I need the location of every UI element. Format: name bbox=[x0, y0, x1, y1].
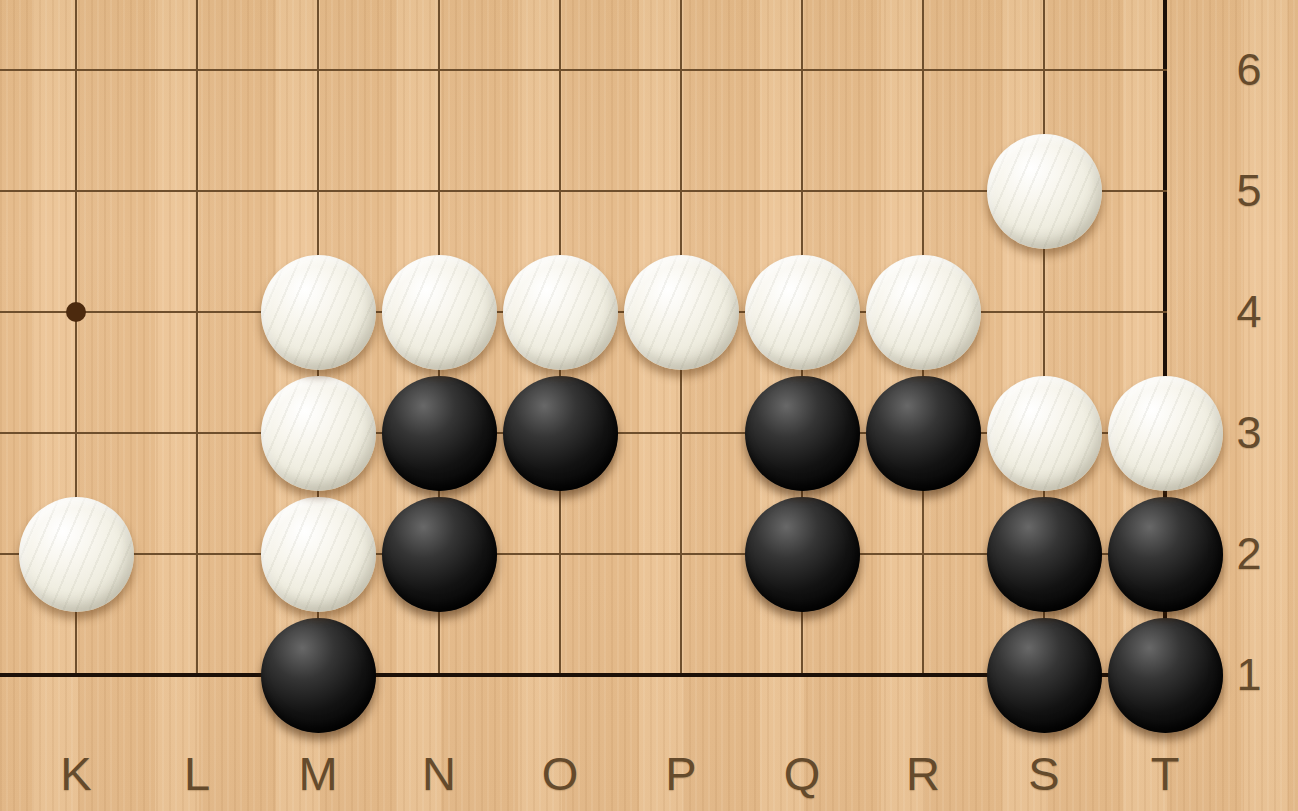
stone-black-N3[interactable] bbox=[382, 376, 497, 491]
col-label-M: M bbox=[298, 746, 337, 801]
go-board[interactable]: KLMNOPQRST 654321 bbox=[0, 0, 1298, 811]
stone-white-M3[interactable] bbox=[261, 376, 376, 491]
stone-white-S5[interactable] bbox=[987, 134, 1102, 249]
stone-black-S2[interactable] bbox=[987, 497, 1102, 612]
stone-white-O4[interactable] bbox=[503, 255, 618, 370]
stone-black-Q2[interactable] bbox=[745, 497, 860, 612]
stone-white-T3[interactable] bbox=[1108, 376, 1223, 491]
col-label-O: O bbox=[542, 746, 579, 801]
stone-white-R4[interactable] bbox=[866, 255, 981, 370]
row-label-3: 3 bbox=[1236, 407, 1261, 459]
stone-white-S3[interactable] bbox=[987, 376, 1102, 491]
col-label-T: T bbox=[1151, 746, 1180, 801]
stone-black-R3[interactable] bbox=[866, 376, 981, 491]
stone-black-T2[interactable] bbox=[1108, 497, 1223, 612]
stones-layer bbox=[16, 10, 1226, 736]
col-label-S: S bbox=[1028, 746, 1059, 801]
col-label-N: N bbox=[422, 746, 456, 801]
stone-white-P4[interactable] bbox=[624, 255, 739, 370]
stone-black-N2[interactable] bbox=[382, 497, 497, 612]
row-label-2: 2 bbox=[1236, 528, 1261, 580]
col-label-K: K bbox=[60, 746, 91, 801]
stone-white-M4[interactable] bbox=[261, 255, 376, 370]
stone-white-K2[interactable] bbox=[19, 497, 134, 612]
row-label-5: 5 bbox=[1236, 165, 1261, 217]
stone-black-M1[interactable] bbox=[261, 618, 376, 733]
stone-black-S1[interactable] bbox=[987, 618, 1102, 733]
col-label-P: P bbox=[665, 746, 696, 801]
row-label-6: 6 bbox=[1236, 44, 1261, 96]
row-label-1: 1 bbox=[1236, 649, 1261, 701]
stone-white-N4[interactable] bbox=[382, 255, 497, 370]
stone-white-Q4[interactable] bbox=[745, 255, 860, 370]
col-label-R: R bbox=[906, 746, 940, 801]
stone-black-T1[interactable] bbox=[1108, 618, 1223, 733]
col-label-L: L bbox=[184, 746, 210, 801]
row-label-4: 4 bbox=[1236, 286, 1261, 338]
stone-white-M2[interactable] bbox=[261, 497, 376, 612]
stone-black-Q3[interactable] bbox=[745, 376, 860, 491]
stone-black-O3[interactable] bbox=[503, 376, 618, 491]
col-label-Q: Q bbox=[784, 746, 821, 801]
